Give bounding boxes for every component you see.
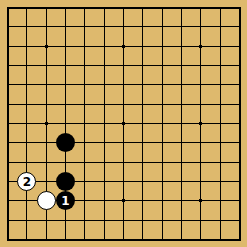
- grid-line-horizontal: [8, 162, 240, 163]
- go-board[interactable]: 12: [0, 0, 247, 247]
- grid-line-vertical: [181, 8, 182, 240]
- star-point: [45, 45, 48, 48]
- stone-white[interactable]: [37, 191, 56, 210]
- stone-black[interactable]: [56, 172, 75, 191]
- star-point: [122, 45, 125, 48]
- star-point: [122, 199, 125, 202]
- grid-line-vertical: [162, 8, 163, 240]
- grid-line-horizontal: [8, 220, 240, 221]
- stone-label: 2: [23, 176, 31, 188]
- grid-line-horizontal: [8, 142, 240, 143]
- star-point: [122, 122, 125, 125]
- grid-line-vertical: [142, 8, 143, 240]
- grid-line-horizontal: [8, 181, 240, 182]
- star-point: [199, 122, 202, 125]
- star-point: [199, 199, 202, 202]
- grid-line-vertical: [220, 8, 221, 240]
- star-point: [45, 122, 48, 125]
- star-point: [199, 45, 202, 48]
- stone-label: 1: [61, 195, 69, 207]
